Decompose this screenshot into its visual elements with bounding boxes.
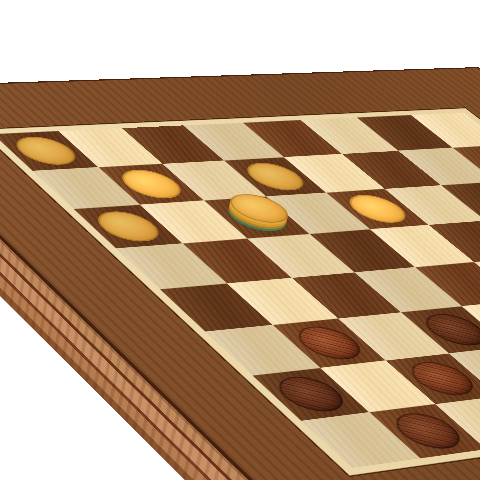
checkers-board [0, 68, 480, 480]
dark-checker-piece[interactable] [267, 374, 355, 414]
piece-top-face [267, 374, 355, 414]
maple-inlay-strip [0, 108, 480, 476]
product-photo-scene [0, 0, 480, 480]
playing-grid [0, 113, 480, 468]
